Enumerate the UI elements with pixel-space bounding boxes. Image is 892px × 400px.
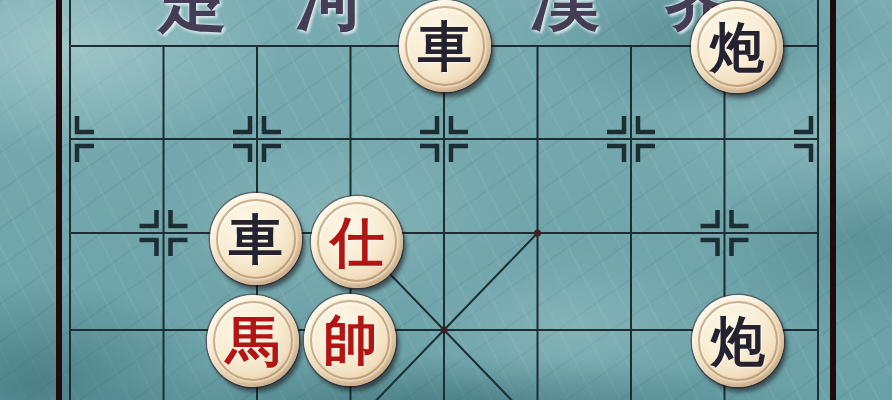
piece-glyph: 炮 — [710, 20, 764, 74]
river-text-chu: 楚 — [154, 0, 230, 36]
black-chariot-2[interactable]: 車 — [210, 193, 302, 285]
piece-glyph: 車 — [229, 212, 283, 266]
xiangqi-board[interactable]: 楚 河 漢 界 車 炮 車 仕 馬 帥 炮 — [0, 0, 892, 400]
piece-glyph: 仕 — [330, 215, 384, 269]
red-general[interactable]: 帥 — [304, 294, 396, 386]
red-horse[interactable]: 馬 — [207, 295, 299, 387]
piece-glyph: 馬 — [226, 314, 280, 368]
black-cannon-2[interactable]: 炮 — [692, 295, 784, 387]
river-text-he: 河 — [292, 0, 368, 36]
black-cannon-1[interactable]: 炮 — [691, 1, 783, 93]
red-advisor[interactable]: 仕 — [311, 196, 403, 288]
piece-glyph: 炮 — [711, 314, 765, 368]
black-chariot-1[interactable]: 車 — [399, 0, 491, 92]
piece-glyph: 帥 — [323, 313, 377, 367]
river-text-han: 漢 — [527, 0, 603, 36]
piece-glyph: 車 — [418, 19, 472, 73]
